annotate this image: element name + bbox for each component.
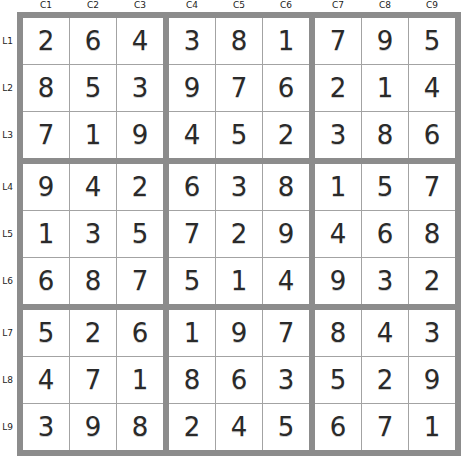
cell-r7c1[interactable]: 5 — [23, 310, 69, 356]
cell-r2c5[interactable]: 7 — [216, 65, 262, 111]
cell-r5c4[interactable]: 7 — [169, 211, 215, 257]
row-label-l8: L8 — [0, 357, 17, 403]
cell-r8c7[interactable]: 5 — [315, 357, 361, 403]
block-2-2: 638729514 — [169, 164, 309, 304]
cell-r9c8[interactable]: 7 — [362, 404, 408, 450]
cell-r9c7[interactable]: 6 — [315, 404, 361, 450]
cell-r8c5[interactable]: 6 — [216, 357, 262, 403]
row-label-group: L4L5L6 — [0, 164, 17, 304]
cell-r7c5[interactable]: 9 — [216, 310, 262, 356]
cell-r8c8[interactable]: 2 — [362, 357, 408, 403]
block-2-1: 942135687 — [23, 164, 163, 304]
cell-r2c1[interactable]: 8 — [23, 65, 69, 111]
row-label-l6: L6 — [0, 258, 17, 304]
cell-r1c4[interactable]: 3 — [169, 18, 215, 64]
corner-spacer — [0, 0, 17, 12]
cell-r9c5[interactable]: 4 — [216, 404, 262, 450]
cell-r3c2[interactable]: 1 — [70, 112, 116, 158]
cell-r9c1[interactable]: 3 — [23, 404, 69, 450]
cell-r5c6[interactable]: 9 — [263, 211, 309, 257]
cell-r5c5[interactable]: 2 — [216, 211, 262, 257]
column-label-c3: C3 — [117, 0, 163, 12]
column-label-c1: C1 — [23, 0, 69, 12]
sudoku-board: 2648537193819764527952143869421356876387… — [17, 12, 461, 456]
cell-r7c8[interactable]: 4 — [362, 310, 408, 356]
cell-r6c6[interactable]: 4 — [263, 258, 309, 304]
cell-r2c7[interactable]: 2 — [315, 65, 361, 111]
cell-r6c9[interactable]: 2 — [409, 258, 455, 304]
block-3-3: 843529671 — [315, 310, 455, 450]
cell-r4c3[interactable]: 2 — [117, 164, 163, 210]
block-3-1: 526471398 — [23, 310, 163, 450]
cell-r3c9[interactable]: 6 — [409, 112, 455, 158]
column-label-c6: C6 — [263, 0, 309, 12]
cell-r8c1[interactable]: 4 — [23, 357, 69, 403]
block-3-2: 197863245 — [169, 310, 309, 450]
cell-r9c4[interactable]: 2 — [169, 404, 215, 450]
cell-r5c1[interactable]: 1 — [23, 211, 69, 257]
cell-r8c9[interactable]: 9 — [409, 357, 455, 403]
cell-r1c2[interactable]: 6 — [70, 18, 116, 64]
cell-r6c3[interactable]: 7 — [117, 258, 163, 304]
cell-r2c6[interactable]: 6 — [263, 65, 309, 111]
cell-r6c4[interactable]: 5 — [169, 258, 215, 304]
cell-r9c2[interactable]: 9 — [70, 404, 116, 450]
block-1-1: 264853719 — [23, 18, 163, 158]
row-label-group: L7L8L9 — [0, 310, 17, 450]
column-label-c4: C4 — [169, 0, 215, 12]
cell-r2c9[interactable]: 4 — [409, 65, 455, 111]
row-label-l1: L1 — [0, 18, 17, 64]
cell-r6c7[interactable]: 9 — [315, 258, 361, 304]
cell-r7c6[interactable]: 7 — [263, 310, 309, 356]
cell-r5c8[interactable]: 6 — [362, 211, 408, 257]
cell-r5c9[interactable]: 8 — [409, 211, 455, 257]
cell-r1c7[interactable]: 7 — [315, 18, 361, 64]
cell-r5c3[interactable]: 5 — [117, 211, 163, 257]
cell-r1c6[interactable]: 1 — [263, 18, 309, 64]
cell-r4c5[interactable]: 3 — [216, 164, 262, 210]
column-label-c2: C2 — [70, 0, 116, 12]
cell-r7c9[interactable]: 3 — [409, 310, 455, 356]
block-2-3: 157468932 — [315, 164, 455, 304]
cell-r3c6[interactable]: 2 — [263, 112, 309, 158]
row-label-l9: L9 — [0, 404, 17, 450]
sudoku-widget: C1C2C3C4C5C6C7C8C9 L1L2L3L4L5L6L7L8L9 26… — [0, 0, 461, 456]
cell-r1c5[interactable]: 8 — [216, 18, 262, 64]
cell-r4c4[interactable]: 6 — [169, 164, 215, 210]
row-labels: L1L2L3L4L5L6L7L8L9 — [0, 12, 17, 456]
cell-r4c9[interactable]: 7 — [409, 164, 455, 210]
column-label-c9: C9 — [409, 0, 455, 12]
column-label-c8: C8 — [362, 0, 408, 12]
cell-r3c1[interactable]: 7 — [23, 112, 69, 158]
cell-r3c8[interactable]: 8 — [362, 112, 408, 158]
cell-r3c3[interactable]: 9 — [117, 112, 163, 158]
cell-r9c6[interactable]: 5 — [263, 404, 309, 450]
column-labels: C1C2C3C4C5C6C7C8C9 — [17, 0, 461, 12]
row-label-l2: L2 — [0, 65, 17, 111]
cell-r9c3[interactable]: 8 — [117, 404, 163, 450]
cell-r1c8[interactable]: 9 — [362, 18, 408, 64]
cell-r7c4[interactable]: 1 — [169, 310, 215, 356]
cell-r6c1[interactable]: 6 — [23, 258, 69, 304]
row-label-l3: L3 — [0, 112, 17, 158]
cell-r3c5[interactable]: 5 — [216, 112, 262, 158]
cell-r6c2[interactable]: 8 — [70, 258, 116, 304]
cell-r5c2[interactable]: 3 — [70, 211, 116, 257]
cell-r8c2[interactable]: 7 — [70, 357, 116, 403]
block-1-3: 795214386 — [315, 18, 455, 158]
cell-r1c9[interactable]: 5 — [409, 18, 455, 64]
cell-r7c7[interactable]: 8 — [315, 310, 361, 356]
column-label-c5: C5 — [216, 0, 262, 12]
cell-r4c7[interactable]: 1 — [315, 164, 361, 210]
cell-r4c8[interactable]: 5 — [362, 164, 408, 210]
cell-r4c2[interactable]: 4 — [70, 164, 116, 210]
column-label-group: C7C8C9 — [315, 0, 455, 12]
row-label-l4: L4 — [0, 164, 17, 210]
cell-r9c9[interactable]: 1 — [409, 404, 455, 450]
cell-r3c4[interactable]: 4 — [169, 112, 215, 158]
cell-r6c5[interactable]: 1 — [216, 258, 262, 304]
cell-r8c4[interactable]: 8 — [169, 357, 215, 403]
cell-r6c8[interactable]: 3 — [362, 258, 408, 304]
row-label-l5: L5 — [0, 211, 17, 257]
cell-r3c7[interactable]: 3 — [315, 112, 361, 158]
block-1-2: 381976452 — [169, 18, 309, 158]
cell-r4c1[interactable]: 9 — [23, 164, 69, 210]
cell-r4c6[interactable]: 8 — [263, 164, 309, 210]
cell-r5c7[interactable]: 4 — [315, 211, 361, 257]
column-label-group: C4C5C6 — [169, 0, 309, 12]
cell-r2c4[interactable]: 9 — [169, 65, 215, 111]
cell-r1c3[interactable]: 4 — [117, 18, 163, 64]
column-label-group: C1C2C3 — [23, 0, 163, 12]
column-label-c7: C7 — [315, 0, 361, 12]
cell-r7c3[interactable]: 6 — [117, 310, 163, 356]
cell-r7c2[interactable]: 2 — [70, 310, 116, 356]
row-label-group: L1L2L3 — [0, 18, 17, 158]
cell-r8c6[interactable]: 3 — [263, 357, 309, 403]
cell-r2c8[interactable]: 1 — [362, 65, 408, 111]
cell-r2c3[interactable]: 3 — [117, 65, 163, 111]
cell-r1c1[interactable]: 2 — [23, 18, 69, 64]
cell-r2c2[interactable]: 5 — [70, 65, 116, 111]
cell-r8c3[interactable]: 1 — [117, 357, 163, 403]
row-label-l7: L7 — [0, 310, 17, 356]
